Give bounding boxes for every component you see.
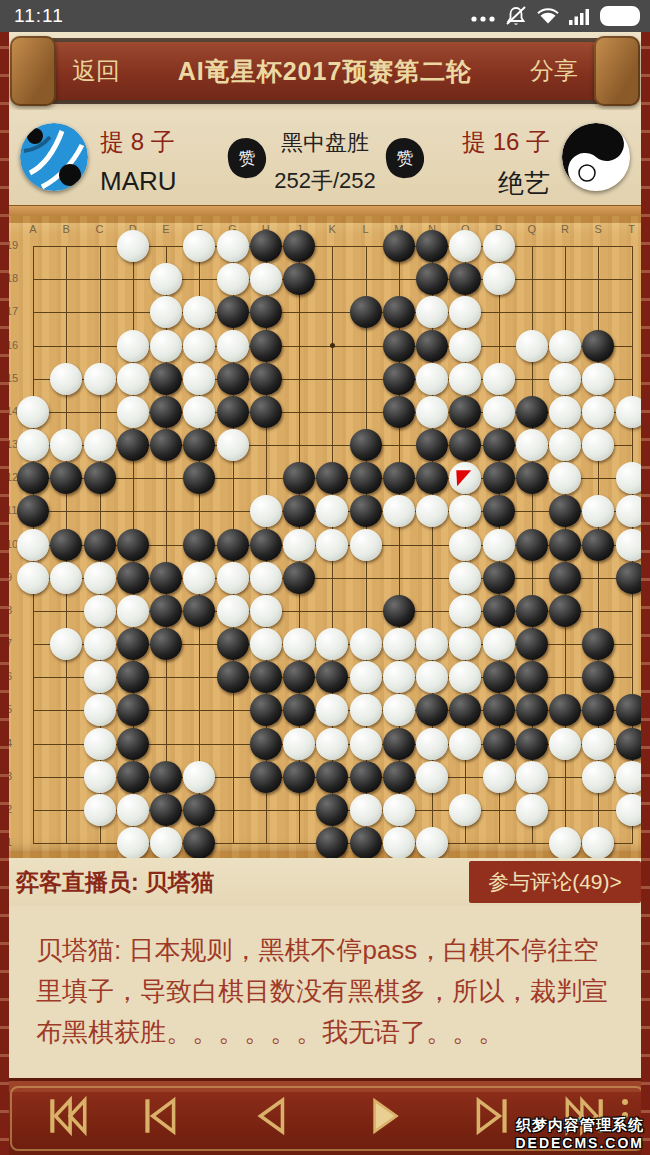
column-label: L	[356, 223, 376, 235]
white-stone-G18	[217, 263, 249, 295]
black-stone-H6	[250, 661, 282, 693]
black-stone-M4	[383, 728, 415, 760]
title-banner: 返回 AI竜星杯2017预赛第二轮 分享	[14, 42, 636, 100]
black-stone-G15	[217, 363, 249, 395]
white-stone-D14	[117, 396, 149, 428]
black-stone-Q6	[516, 661, 548, 693]
black-stone-H10	[250, 529, 282, 561]
white-stone-R4	[549, 728, 581, 760]
row-label: 18	[6, 272, 28, 284]
black-stone-D4	[117, 728, 149, 760]
white-stone-L4	[350, 728, 382, 760]
white-stone-M2	[383, 794, 415, 826]
white-stone-O10	[449, 529, 481, 561]
black-stone-D10	[117, 529, 149, 561]
column-label: R	[555, 223, 575, 235]
white-stone-P18	[483, 263, 515, 295]
black-stone-H5	[250, 694, 282, 726]
black-stone-Q8	[516, 595, 548, 627]
white-stone-S4	[582, 728, 614, 760]
black-stone-P12	[483, 462, 515, 494]
black-stone-H19	[250, 230, 282, 262]
white-stone-K4	[316, 728, 348, 760]
commentary-body: 贝塔猫: 日本规则，黑棋不停pass，白棋不停往空里填子，导致白棋目数没有黑棋多…	[0, 906, 650, 1078]
header: 返回 AI竜星杯2017预赛第二轮 分享	[0, 32, 650, 110]
white-stone-L5	[350, 694, 382, 726]
white-stone-C8	[84, 595, 116, 627]
more-notifications-icon	[470, 8, 496, 24]
black-stone-E9	[150, 562, 182, 594]
player-bar: 提 8 子 MARU 赞 黑中盘胜 252手/252 赞 提 16 子 绝艺	[0, 110, 650, 205]
white-stone-P10	[483, 529, 515, 561]
row-label: 19	[6, 239, 28, 251]
banner-scroll-end-right	[594, 36, 640, 106]
row-label: 17	[6, 305, 28, 317]
white-stone-O15	[449, 363, 481, 395]
black-stone-J18	[283, 263, 315, 295]
black-stone-N19	[416, 230, 448, 262]
black-stone-L1	[350, 827, 382, 859]
black-stone-Q10	[516, 529, 548, 561]
white-stone-R16	[549, 330, 581, 362]
black-stone-M19	[383, 230, 415, 262]
black-stone-G14	[217, 396, 249, 428]
black-stone-H16	[250, 330, 282, 362]
move-counter: 252手/252	[0, 166, 650, 196]
broadcaster-name: 弈客直播员: 贝塔猫	[16, 867, 214, 898]
black-stone-H4	[250, 728, 282, 760]
white-stone-F15	[183, 363, 215, 395]
column-label: K	[322, 223, 342, 235]
black-stone-N16	[416, 330, 448, 362]
join-comments-button[interactable]: 参与评论(49)>	[469, 861, 641, 903]
black-stone-R9	[549, 562, 581, 594]
white-stone-G13	[217, 429, 249, 461]
white-stone-Q3	[516, 761, 548, 793]
white-stone-G19	[217, 230, 249, 262]
white-stone-D16	[117, 330, 149, 362]
white-stone-E1	[150, 827, 182, 859]
black-stone-E14	[150, 396, 182, 428]
white-stone-H8	[250, 595, 282, 627]
white-stone-F9	[183, 562, 215, 594]
white-stone-A9	[17, 562, 49, 594]
black-stone-F10	[183, 529, 215, 561]
black-stone-R10	[549, 529, 581, 561]
white-stone-C2	[84, 794, 116, 826]
black-stone-P11	[483, 495, 515, 527]
black-stone-L11	[350, 495, 382, 527]
commentary-text: 贝塔猫: 日本规则，黑棋不停pass，白棋不停往空里填子，导致白棋目数没有黑棋多…	[36, 930, 620, 1053]
row-label: 6	[6, 670, 28, 682]
white-stone-O19	[449, 230, 481, 262]
black-stone-N13	[416, 429, 448, 461]
white-stone-N14	[416, 396, 448, 428]
black-stone-P9	[483, 562, 515, 594]
white-stone-A10	[17, 529, 49, 561]
white-stone-C4	[84, 728, 116, 760]
white-stone-D8	[117, 595, 149, 627]
white-stone-C7	[84, 628, 116, 660]
white-stone-P19	[483, 230, 515, 262]
signal-icon	[569, 7, 591, 25]
white-stone-H9	[250, 562, 282, 594]
black-stone-J12	[283, 462, 315, 494]
black-stone-M3	[383, 761, 415, 793]
white-stone-N3	[416, 761, 448, 793]
mute-bell-icon	[505, 6, 527, 26]
black-stone-Q7	[516, 628, 548, 660]
black-stone-M8	[383, 595, 415, 627]
white-stone-N15	[416, 363, 448, 395]
back-one-button[interactable]	[248, 1092, 296, 1140]
white-stone-M11	[383, 495, 415, 527]
black-stone-M16	[383, 330, 415, 362]
black-stone-H3	[250, 761, 282, 793]
black-stone-D3	[117, 761, 149, 793]
white-stone-Q16	[516, 330, 548, 362]
black-stone-D9	[117, 562, 149, 594]
white-stone-D2	[117, 794, 149, 826]
back-fast-button[interactable]	[136, 1092, 184, 1140]
black-stone-P5	[483, 694, 515, 726]
white-stone-C15	[84, 363, 116, 395]
white-stone-B15	[50, 363, 82, 395]
white-stone-D15	[117, 363, 149, 395]
black-stone-L3	[350, 761, 382, 793]
result-text: 黑中盘胜	[0, 128, 650, 158]
white-stone-K10	[316, 529, 348, 561]
white-stone-F14	[183, 396, 215, 428]
black-stone-J6	[283, 661, 315, 693]
back-button[interactable]: 返回	[54, 47, 138, 95]
row-label: 5	[6, 703, 28, 715]
white-stone-D1	[117, 827, 149, 859]
white-stone-J4	[283, 728, 315, 760]
white-stone-C3	[84, 761, 116, 793]
black-stone-O14	[449, 396, 481, 428]
black-stone-E15	[150, 363, 182, 395]
battery-icon	[600, 6, 640, 26]
black-stone-J3	[283, 761, 315, 793]
white-stone-R12	[549, 462, 581, 494]
black-stone-M14	[383, 396, 415, 428]
black-stone-F8	[183, 595, 215, 627]
wifi-icon	[536, 7, 560, 25]
row-label: 4	[6, 737, 28, 749]
white-stone-H18	[250, 263, 282, 295]
black-stone-B10	[50, 529, 82, 561]
white-stone-H11	[250, 495, 282, 527]
black-stone-M15	[383, 363, 415, 395]
white-stone-O8	[449, 595, 481, 627]
status-bar: 11:11	[0, 0, 650, 32]
game-result-info: 黑中盘胜 252手/252	[0, 128, 650, 196]
black-stone-M17	[383, 296, 415, 328]
white-stone-R15	[549, 363, 581, 395]
black-stone-E8	[150, 595, 182, 627]
white-stone-R1	[549, 827, 581, 859]
black-stone-J19	[283, 230, 315, 262]
white-stone-C13	[84, 429, 116, 461]
white-stone-R14	[549, 396, 581, 428]
yin-yang-icon	[562, 123, 630, 191]
white-stone-R13	[549, 429, 581, 461]
white-stone-L10	[350, 529, 382, 561]
clock: 11:11	[14, 5, 64, 27]
row-label: 2	[6, 803, 28, 815]
row-label: 3	[6, 770, 28, 782]
row-label: 1	[6, 836, 28, 848]
white-stone-L6	[350, 661, 382, 693]
white-stone-M5	[383, 694, 415, 726]
row-label: 15	[6, 372, 28, 384]
black-stone-H14	[250, 396, 282, 428]
column-label: Q	[522, 223, 542, 235]
black-stone-E7	[150, 628, 182, 660]
black-stone-E3	[150, 761, 182, 793]
white-stone-J10	[283, 529, 315, 561]
row-label: 7	[6, 637, 28, 649]
right-player-avatar[interactable]	[562, 123, 630, 191]
black-stone-P6	[483, 661, 515, 693]
white-stone-G8	[217, 595, 249, 627]
black-stone-R8	[549, 595, 581, 627]
black-stone-G17	[217, 296, 249, 328]
white-stone-H7	[250, 628, 282, 660]
black-stone-Q12	[516, 462, 548, 494]
banner-scroll-end-left	[10, 36, 56, 106]
black-stone-E2	[150, 794, 182, 826]
white-stone-N6	[416, 661, 448, 693]
ornamental-border-right	[641, 32, 650, 1155]
jump-to-start-button[interactable]	[44, 1092, 92, 1140]
black-stone-S10	[582, 529, 614, 561]
white-stone-O4	[449, 728, 481, 760]
white-stone-E16	[150, 330, 182, 362]
white-stone-A13	[17, 429, 49, 461]
black-stone-M12	[383, 462, 415, 494]
white-stone-D19	[117, 230, 149, 262]
black-stone-P13	[483, 429, 515, 461]
share-button[interactable]: 分享	[512, 47, 596, 95]
black-stone-D7	[117, 628, 149, 660]
white-stone-O2	[449, 794, 481, 826]
white-stone-S14	[582, 396, 614, 428]
white-stone-C9	[84, 562, 116, 594]
white-stone-N1	[416, 827, 448, 859]
column-label: T	[622, 223, 642, 235]
row-label: 16	[6, 339, 28, 351]
black-stone-L12	[350, 462, 382, 494]
white-stone-P3	[483, 761, 515, 793]
column-label: A	[23, 223, 43, 235]
black-stone-D13	[117, 429, 149, 461]
black-stone-K3	[316, 761, 348, 793]
white-stone-P15	[483, 363, 515, 395]
watermark-line1: 织梦内容管理系统	[515, 1116, 644, 1135]
black-stone-P8	[483, 595, 515, 627]
black-stone-H15	[250, 363, 282, 395]
black-stone-G10	[217, 529, 249, 561]
white-stone-M6	[383, 661, 415, 693]
black-stone-Q4	[516, 728, 548, 760]
white-stone-J7	[283, 628, 315, 660]
column-label: E	[156, 223, 176, 235]
white-stone-F19	[183, 230, 215, 262]
black-stone-H17	[250, 296, 282, 328]
black-stone-Q5	[516, 694, 548, 726]
white-stone-C5	[84, 694, 116, 726]
black-stone-P4	[483, 728, 515, 760]
white-stone-O9	[449, 562, 481, 594]
star-point	[330, 343, 335, 348]
white-stone-M1	[383, 827, 415, 859]
black-stone-L13	[350, 429, 382, 461]
white-stone-B9	[50, 562, 82, 594]
forward-one-button[interactable]	[360, 1092, 408, 1140]
white-stone-C6	[84, 661, 116, 693]
right-captures-label: 提 16 子	[462, 126, 550, 158]
white-stone-L7	[350, 628, 382, 660]
commentary-header: 弈客直播员: 贝塔猫 参与评论(49)>	[0, 858, 650, 907]
black-stone-N12	[416, 462, 448, 494]
page-title: AI竜星杯2017预赛第二轮	[178, 55, 473, 88]
white-stone-O16	[449, 330, 481, 362]
black-stone-G7	[217, 628, 249, 660]
black-stone-F2	[183, 794, 215, 826]
white-stone-P14	[483, 396, 515, 428]
row-label: 8	[6, 604, 28, 616]
white-stone-Q13	[516, 429, 548, 461]
column-label: B	[56, 223, 76, 235]
black-stone-G6	[217, 661, 249, 693]
watermark-line2: DEDECMS.COM	[515, 1135, 644, 1151]
black-stone-C10	[84, 529, 116, 561]
status-icons	[470, 6, 640, 26]
black-stone-D6	[117, 661, 149, 693]
white-stone-G16	[217, 330, 249, 362]
black-stone-A12	[17, 462, 49, 494]
forward-fast-button[interactable]	[468, 1092, 516, 1140]
right-player-name: 绝艺	[462, 166, 550, 201]
black-stone-S16	[582, 330, 614, 362]
white-stone-E18	[150, 263, 182, 295]
white-stone-G9	[217, 562, 249, 594]
column-label: C	[90, 223, 110, 235]
white-stone-M7	[383, 628, 415, 660]
black-stone-K2	[316, 794, 348, 826]
ornamental-border-left	[0, 32, 9, 1155]
black-stone-N18	[416, 263, 448, 295]
white-stone-S3	[582, 761, 614, 793]
black-stone-D5	[117, 694, 149, 726]
white-stone-A14	[17, 396, 49, 428]
black-stone-J9	[283, 562, 315, 594]
app-screen: 11:11 返回 AI竜星杯2017预赛第二轮 分享	[0, 0, 650, 1155]
white-stone-F16	[183, 330, 215, 362]
white-stone-F3	[183, 761, 215, 793]
black-stone-C12	[84, 462, 116, 494]
black-stone-E13	[150, 429, 182, 461]
white-stone-N7	[416, 628, 448, 660]
black-stone-L17	[350, 296, 382, 328]
black-stone-Q14	[516, 396, 548, 428]
white-stone-L2	[350, 794, 382, 826]
go-board[interactable]: A19B18C17D16E15F14G13H12J11K10L9M8N7O6P5…	[0, 216, 650, 858]
white-stone-S15	[582, 363, 614, 395]
watermark: 织梦内容管理系统 DEDECMS.COM	[515, 1116, 644, 1151]
column-label: S	[588, 223, 608, 235]
white-stone-P7	[483, 628, 515, 660]
white-stone-N4	[416, 728, 448, 760]
white-stone-Q2	[516, 794, 548, 826]
